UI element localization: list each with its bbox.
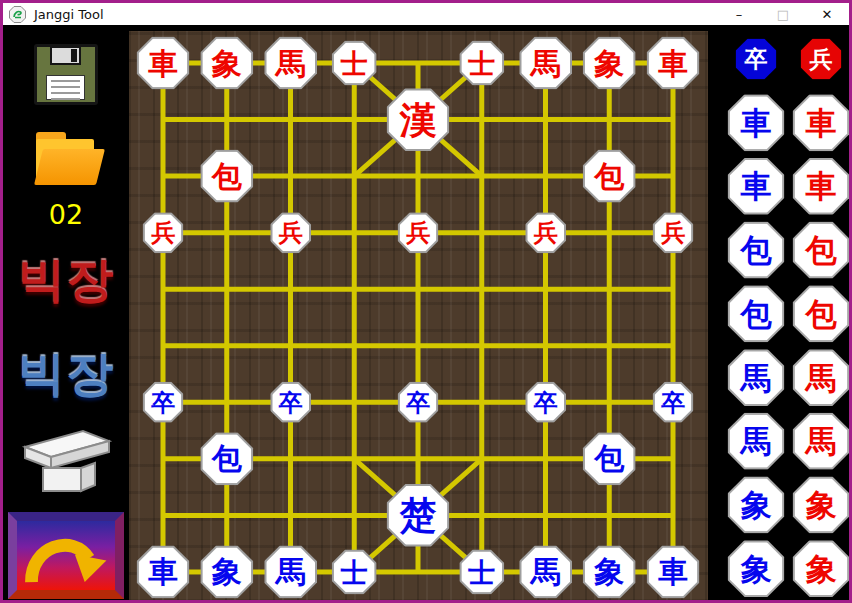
- han-chariot[interactable]: 車: [647, 37, 700, 90]
- bikjang-blue-button[interactable]: 빅장: [3, 347, 129, 401]
- arch-arrow-icon: [17, 521, 115, 590]
- piece-palette: 卒兵車車車車包包包包馬馬馬馬象象象象: [708, 25, 852, 600]
- palette-red-soldier[interactable]: 兵: [801, 39, 842, 80]
- cho-general[interactable]: 楚: [387, 484, 450, 547]
- app-window: Janggi Tool – □ ✕ 02 빅장 빅장: [0, 0, 852, 603]
- cho-chariot[interactable]: 車: [137, 545, 190, 598]
- cho-elephant[interactable]: 象: [583, 545, 636, 598]
- move-counter: 02: [3, 199, 129, 230]
- title-bar: Janggi Tool – □ ✕: [3, 3, 849, 25]
- palette-blue-horse[interactable]: 馬: [728, 413, 785, 470]
- save-button[interactable]: [34, 44, 98, 105]
- board-tray-button[interactable]: [17, 423, 115, 495]
- open-file-button[interactable]: [33, 130, 99, 190]
- janggi-board[interactable]: 車象馬士士馬象車漢包包兵兵兵兵兵卒卒卒卒卒包包楚車象馬士士馬象車: [129, 31, 708, 602]
- palette-red-horse[interactable]: 馬: [793, 349, 850, 406]
- han-horse[interactable]: 馬: [519, 37, 572, 90]
- han-soldier[interactable]: 兵: [653, 212, 694, 253]
- palette-red-chariot[interactable]: 車: [793, 158, 850, 215]
- bikjang-red-button[interactable]: 빅장: [3, 253, 129, 307]
- palette-blue-soldier[interactable]: 卒: [736, 39, 777, 80]
- window-title: Janggi Tool: [34, 7, 104, 22]
- palette-red-cannon[interactable]: 包: [793, 222, 850, 279]
- cho-guard[interactable]: 士: [332, 549, 377, 594]
- han-horse[interactable]: 馬: [264, 37, 317, 90]
- palette-blue-elephant[interactable]: 象: [728, 476, 785, 533]
- tool-sidebar: 02 빅장 빅장: [3, 25, 129, 600]
- palette-red-cannon[interactable]: 包: [793, 285, 850, 342]
- han-guard[interactable]: 士: [332, 41, 377, 86]
- cho-cannon[interactable]: 包: [583, 432, 636, 485]
- close-button[interactable]: ✕: [805, 3, 849, 25]
- cho-soldier[interactable]: 卒: [525, 382, 566, 423]
- cho-soldier[interactable]: 卒: [653, 382, 694, 423]
- palette-blue-chariot[interactable]: 車: [728, 94, 785, 151]
- han-guard[interactable]: 士: [459, 41, 504, 86]
- han-elephant[interactable]: 象: [583, 37, 636, 90]
- palette-blue-horse[interactable]: 馬: [728, 349, 785, 406]
- floppy-disk-icon: [50, 46, 81, 65]
- cho-elephant[interactable]: 象: [200, 545, 253, 598]
- palette-blue-cannon[interactable]: 包: [728, 285, 785, 342]
- app-logo-icon: [9, 6, 26, 23]
- palette-blue-cannon[interactable]: 包: [728, 222, 785, 279]
- window-controls: – □ ✕: [717, 3, 849, 25]
- content-area: 02 빅장 빅장 車象馬士士馬: [3, 25, 849, 600]
- han-cannon[interactable]: 包: [583, 150, 636, 203]
- cho-horse[interactable]: 馬: [264, 545, 317, 598]
- cho-chariot[interactable]: 車: [647, 545, 700, 598]
- palette-blue-elephant[interactable]: 象: [728, 540, 785, 597]
- palette-red-chariot[interactable]: 車: [793, 94, 850, 151]
- cho-guard[interactable]: 士: [459, 549, 504, 594]
- cho-cannon[interactable]: 包: [200, 432, 253, 485]
- flip-board-button[interactable]: [8, 512, 124, 599]
- palette-red-horse[interactable]: 馬: [793, 413, 850, 470]
- maximize-button[interactable]: □: [761, 3, 805, 25]
- han-soldier[interactable]: 兵: [525, 212, 566, 253]
- palette-red-elephant[interactable]: 象: [793, 540, 850, 597]
- minimize-button[interactable]: –: [717, 3, 761, 25]
- han-general[interactable]: 漢: [387, 88, 450, 151]
- table-icon: [17, 423, 115, 495]
- cho-horse[interactable]: 馬: [519, 545, 572, 598]
- palette-red-elephant[interactable]: 象: [793, 476, 850, 533]
- palette-blue-chariot[interactable]: 車: [728, 158, 785, 215]
